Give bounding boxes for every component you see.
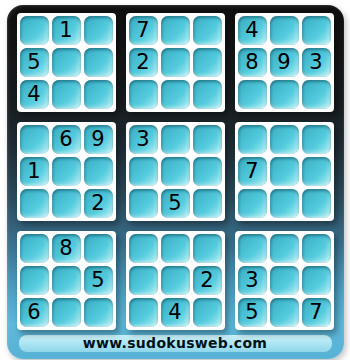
cell-r4c4[interactable]: 3 — [129, 125, 158, 154]
cell-r6c1[interactable] — [20, 189, 49, 218]
cell-r9c9[interactable]: 7 — [302, 298, 331, 327]
cell-r4c6[interactable] — [193, 125, 222, 154]
cell-r9c8[interactable] — [270, 298, 299, 327]
cell-r8c8[interactable] — [270, 266, 299, 295]
cell-r2c5[interactable] — [161, 48, 190, 77]
cell-r8c3[interactable]: 5 — [84, 266, 113, 295]
cell-r8c5[interactable] — [161, 266, 190, 295]
box-8: 24 — [126, 231, 225, 330]
cell-r8c4[interactable] — [129, 266, 158, 295]
sudoku-grid: 154724893691235785624357 — [17, 13, 334, 330]
website-link[interactable]: www.sudokusweb.com — [83, 335, 267, 352]
cell-r7c8[interactable] — [270, 234, 299, 263]
cell-r8c7[interactable]: 3 — [238, 266, 267, 295]
cell-r3c6[interactable] — [193, 80, 222, 109]
cell-r7c2[interactable]: 8 — [52, 234, 81, 263]
cell-r1c7[interactable]: 4 — [238, 16, 267, 45]
cell-r2c4[interactable]: 2 — [129, 48, 158, 77]
box-6: 7 — [235, 122, 334, 221]
box-7: 856 — [17, 231, 116, 330]
cell-r2c7[interactable]: 8 — [238, 48, 267, 77]
cell-r8c9[interactable] — [302, 266, 331, 295]
cell-r3c3[interactable] — [84, 80, 113, 109]
sudoku-board: 154724893691235785624357 www.sudokusweb.… — [7, 5, 344, 359]
cell-r1c4[interactable]: 7 — [129, 16, 158, 45]
cell-r7c7[interactable] — [238, 234, 267, 263]
cell-r7c9[interactable] — [302, 234, 331, 263]
box-4: 6912 — [17, 122, 116, 221]
cell-r3c7[interactable] — [238, 80, 267, 109]
cell-r9c5[interactable]: 4 — [161, 298, 190, 327]
cell-r8c2[interactable] — [52, 266, 81, 295]
cell-r1c9[interactable] — [302, 16, 331, 45]
cell-r8c6[interactable]: 2 — [193, 266, 222, 295]
cell-r9c1[interactable]: 6 — [20, 298, 49, 327]
cell-r1c5[interactable] — [161, 16, 190, 45]
cell-r9c6[interactable] — [193, 298, 222, 327]
cell-r5c5[interactable] — [161, 157, 190, 186]
cell-r9c4[interactable] — [129, 298, 158, 327]
cell-r3c1[interactable]: 4 — [20, 80, 49, 109]
cell-r1c2[interactable]: 1 — [52, 16, 81, 45]
cell-r5c2[interactable] — [52, 157, 81, 186]
cell-r3c4[interactable] — [129, 80, 158, 109]
cell-r4c1[interactable] — [20, 125, 49, 154]
cell-r4c2[interactable]: 6 — [52, 125, 81, 154]
cell-r3c8[interactable] — [270, 80, 299, 109]
cell-r2c8[interactable]: 9 — [270, 48, 299, 77]
cell-r3c5[interactable] — [161, 80, 190, 109]
cell-r9c7[interactable]: 5 — [238, 298, 267, 327]
cell-r4c7[interactable] — [238, 125, 267, 154]
cell-r5c4[interactable] — [129, 157, 158, 186]
cell-r2c6[interactable] — [193, 48, 222, 77]
cell-r1c1[interactable] — [20, 16, 49, 45]
cell-r9c3[interactable] — [84, 298, 113, 327]
cell-r2c9[interactable]: 3 — [302, 48, 331, 77]
cell-r4c8[interactable] — [270, 125, 299, 154]
cell-r6c7[interactable] — [238, 189, 267, 218]
cell-r6c6[interactable] — [193, 189, 222, 218]
cell-r5c1[interactable]: 1 — [20, 157, 49, 186]
box-2: 72 — [126, 13, 225, 112]
cell-r3c2[interactable] — [52, 80, 81, 109]
cell-r6c5[interactable]: 5 — [161, 189, 190, 218]
cell-r4c9[interactable] — [302, 125, 331, 154]
box-3: 4893 — [235, 13, 334, 112]
cell-r6c3[interactable]: 2 — [84, 189, 113, 218]
cell-r6c9[interactable] — [302, 189, 331, 218]
cell-r2c3[interactable] — [84, 48, 113, 77]
cell-r5c8[interactable] — [270, 157, 299, 186]
cell-r4c5[interactable] — [161, 125, 190, 154]
cell-r6c2[interactable] — [52, 189, 81, 218]
cell-r9c2[interactable] — [52, 298, 81, 327]
cell-r5c9[interactable] — [302, 157, 331, 186]
cell-r7c4[interactable] — [129, 234, 158, 263]
cell-r1c6[interactable] — [193, 16, 222, 45]
cell-r2c2[interactable] — [52, 48, 81, 77]
cell-r3c9[interactable] — [302, 80, 331, 109]
cell-r2c1[interactable]: 5 — [20, 48, 49, 77]
box-9: 357 — [235, 231, 334, 330]
cell-r7c3[interactable] — [84, 234, 113, 263]
cell-r8c1[interactable] — [20, 266, 49, 295]
cell-r7c5[interactable] — [161, 234, 190, 263]
box-1: 154 — [17, 13, 116, 112]
cell-r7c1[interactable] — [20, 234, 49, 263]
cell-r4c3[interactable]: 9 — [84, 125, 113, 154]
cell-r7c6[interactable] — [193, 234, 222, 263]
cell-r6c8[interactable] — [270, 189, 299, 218]
footer-bar: www.sudokusweb.com — [19, 335, 332, 352]
cell-r1c3[interactable] — [84, 16, 113, 45]
cell-r1c8[interactable] — [270, 16, 299, 45]
box-5: 35 — [126, 122, 225, 221]
cell-r5c6[interactable] — [193, 157, 222, 186]
cell-r6c4[interactable] — [129, 189, 158, 218]
cell-r5c3[interactable] — [84, 157, 113, 186]
cell-r5c7[interactable]: 7 — [238, 157, 267, 186]
